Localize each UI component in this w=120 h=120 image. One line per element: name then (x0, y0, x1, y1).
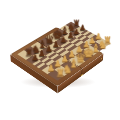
product-photo: ♜♞♝♛♚♝♞♜♟♟♟♟♟♟♟♟♟♟♟♟♟♟♟♟♜♞♝♛♚♝♞♜ (0, 0, 120, 120)
brass-latch-icon (101, 57, 102, 59)
piece-black-pawn: ♟ (67, 31, 74, 39)
piece-black-pawn: ♟ (52, 40, 59, 48)
piece-black-pawn: ♟ (60, 36, 67, 44)
chess-scene: ♜♞♝♛♚♝♞♜♟♟♟♟♟♟♟♟♟♟♟♟♟♟♟♟♜♞♝♛♚♝♞♜ (0, 0, 120, 120)
piece-white-pawn: ♟ (46, 63, 54, 72)
piece-white-rook: ♜ (55, 68, 65, 79)
brass-hinge-icon (80, 74, 82, 77)
piece-black-pawn: ♟ (31, 53, 39, 62)
folding-chess-box: ♜♞♝♛♚♝♞♜♟♟♟♟♟♟♟♟♟♟♟♟♟♟♟♟♜♞♝♛♚♝♞♜ (10, 27, 103, 86)
